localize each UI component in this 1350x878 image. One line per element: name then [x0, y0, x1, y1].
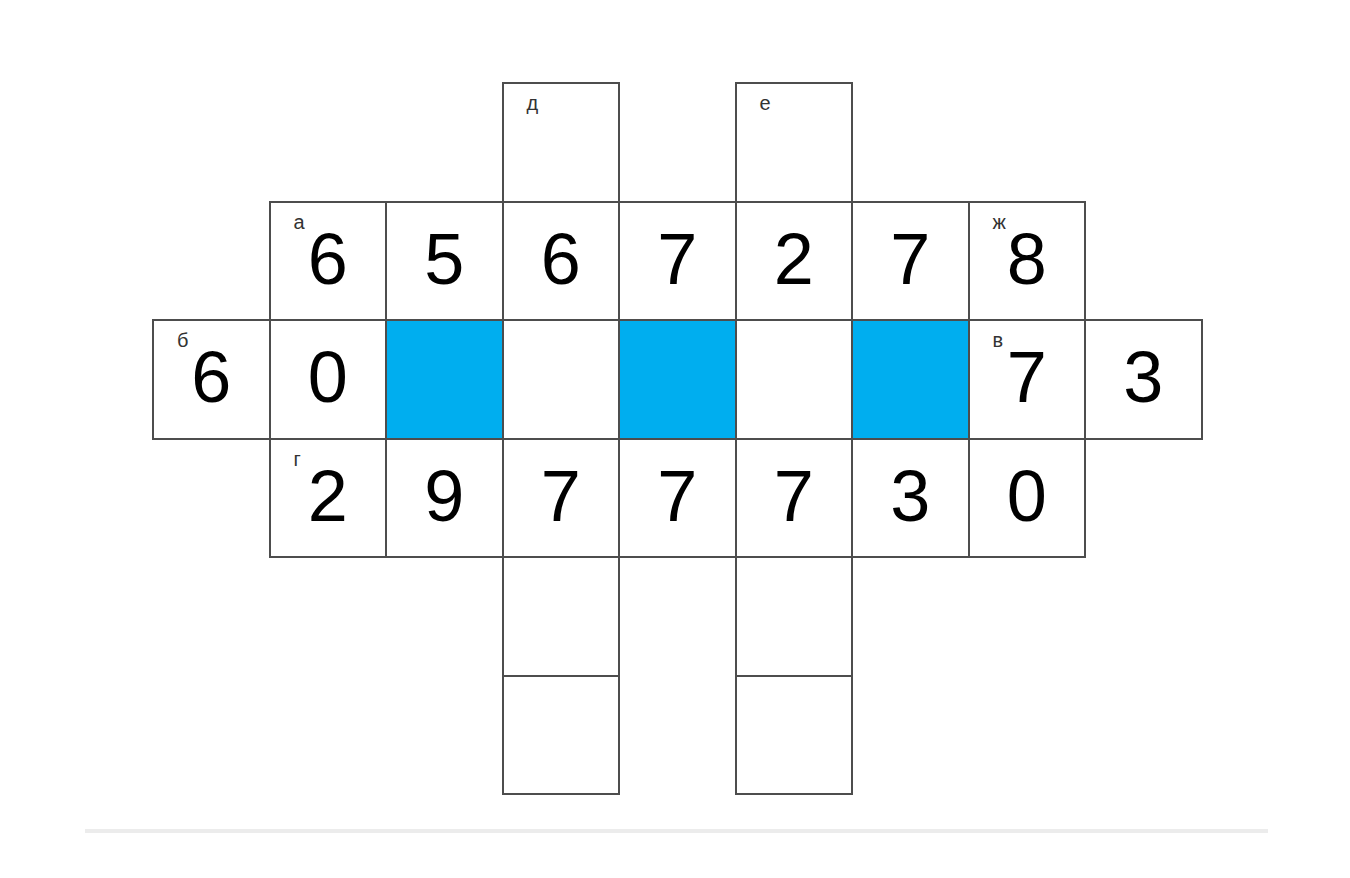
- cell-r4c3: 9: [385, 438, 504, 559]
- cell-r2c4: 6: [502, 201, 621, 322]
- cell-value: 9: [424, 460, 464, 532]
- cell-value: 3: [1123, 341, 1163, 413]
- cell-value: 7: [774, 460, 814, 532]
- cell-r3c5-blocked: [618, 319, 737, 440]
- cell-value: 0: [308, 341, 348, 413]
- cell-r4c4: 7: [502, 438, 621, 559]
- cell-r2c2: а6: [269, 201, 388, 322]
- cell-r6c6[interactable]: [735, 675, 854, 796]
- clue-label-а: а: [294, 212, 305, 232]
- cell-value: 7: [890, 223, 930, 295]
- cell-value: 6: [308, 223, 348, 295]
- cell-value: 7: [657, 223, 697, 295]
- cell-value: 2: [308, 460, 348, 532]
- cell-r3c6[interactable]: [735, 319, 854, 440]
- cell-r4c5: 7: [618, 438, 737, 559]
- clue-label-ж: ж: [993, 212, 1006, 232]
- worksheet-page: деа656727ж8б60в73г2977730: [0, 0, 1350, 878]
- clue-label-г: г: [294, 449, 301, 469]
- cell-r3c9: 3: [1084, 319, 1203, 440]
- cell-r2c8: ж8: [968, 201, 1087, 322]
- cell-value: 7: [1007, 341, 1047, 413]
- cell-r3c2: 0: [269, 319, 388, 440]
- cell-r5c4[interactable]: [502, 556, 621, 677]
- cell-value: 0: [1007, 460, 1047, 532]
- cell-r4c2: г2: [269, 438, 388, 559]
- cell-r1c4[interactable]: д: [502, 82, 621, 203]
- cell-r4c7: 3: [851, 438, 970, 559]
- cell-r2c6: 2: [735, 201, 854, 322]
- cell-value: 5: [424, 223, 464, 295]
- puzzle-board: деа656727ж8б60в73г2977730: [0, 0, 1350, 878]
- cell-r3c7-blocked: [851, 319, 970, 440]
- cell-r2c7: 7: [851, 201, 970, 322]
- cell-r3c3-blocked: [385, 319, 504, 440]
- cell-r3c4[interactable]: [502, 319, 621, 440]
- clue-label-е: е: [760, 93, 771, 113]
- cell-r3c1: б6: [152, 319, 271, 440]
- cell-r2c3: 5: [385, 201, 504, 322]
- cell-value: 8: [1007, 223, 1047, 295]
- page-divider: [85, 829, 1268, 833]
- cell-r4c8: 0: [968, 438, 1087, 559]
- cell-r6c4[interactable]: [502, 675, 621, 796]
- clue-label-в: в: [993, 330, 1004, 350]
- cell-value: 2: [774, 223, 814, 295]
- cell-r2c5: 7: [618, 201, 737, 322]
- cell-r4c6: 7: [735, 438, 854, 559]
- cell-value: 6: [191, 341, 231, 413]
- cell-r1c6[interactable]: е: [735, 82, 854, 203]
- clue-label-д: д: [527, 93, 539, 113]
- clue-label-б: б: [177, 330, 188, 350]
- cell-r3c8: в7: [968, 319, 1087, 440]
- cell-value: 7: [657, 460, 697, 532]
- cell-value: 7: [541, 460, 581, 532]
- cell-value: 6: [541, 223, 581, 295]
- cell-value: 3: [890, 460, 930, 532]
- cell-r5c6[interactable]: [735, 556, 854, 677]
